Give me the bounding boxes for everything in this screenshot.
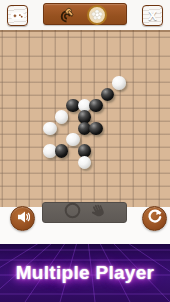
stone-white <box>112 76 126 90</box>
stone-white <box>78 156 92 170</box>
stone-black <box>89 122 103 136</box>
speaker-icon <box>16 210 30 228</box>
app-screen: X <box>0 0 170 302</box>
stone-plate-icon <box>87 5 107 29</box>
stone-black <box>101 88 115 102</box>
stone-black <box>55 144 69 158</box>
stones-grid <box>10 32 160 191</box>
gomoku-board[interactable] <box>0 30 170 207</box>
move-hint-panel[interactable] <box>42 202 127 223</box>
close-button[interactable]: X <box>142 5 163 26</box>
stone-white <box>55 110 69 124</box>
top-bar: X <box>0 0 170 30</box>
stone-white <box>66 133 80 147</box>
refresh-icon <box>147 209 162 228</box>
stone-white <box>43 122 57 136</box>
ghost-hand-icon <box>89 203 105 223</box>
turn-indicator-bar[interactable] <box>43 3 127 25</box>
gamepad-icon <box>10 7 25 25</box>
games-button[interactable] <box>7 5 28 26</box>
banner-title: Multiple Player <box>16 262 155 284</box>
tap-hand-icon <box>58 6 76 28</box>
close-icon: X <box>148 8 157 23</box>
stone-black <box>89 99 103 113</box>
sound-button[interactable] <box>10 206 35 231</box>
ad-banner[interactable]: Multiple Player <box>0 244 170 302</box>
stone-slot-ring-icon <box>64 202 81 223</box>
restart-button[interactable] <box>142 206 167 231</box>
